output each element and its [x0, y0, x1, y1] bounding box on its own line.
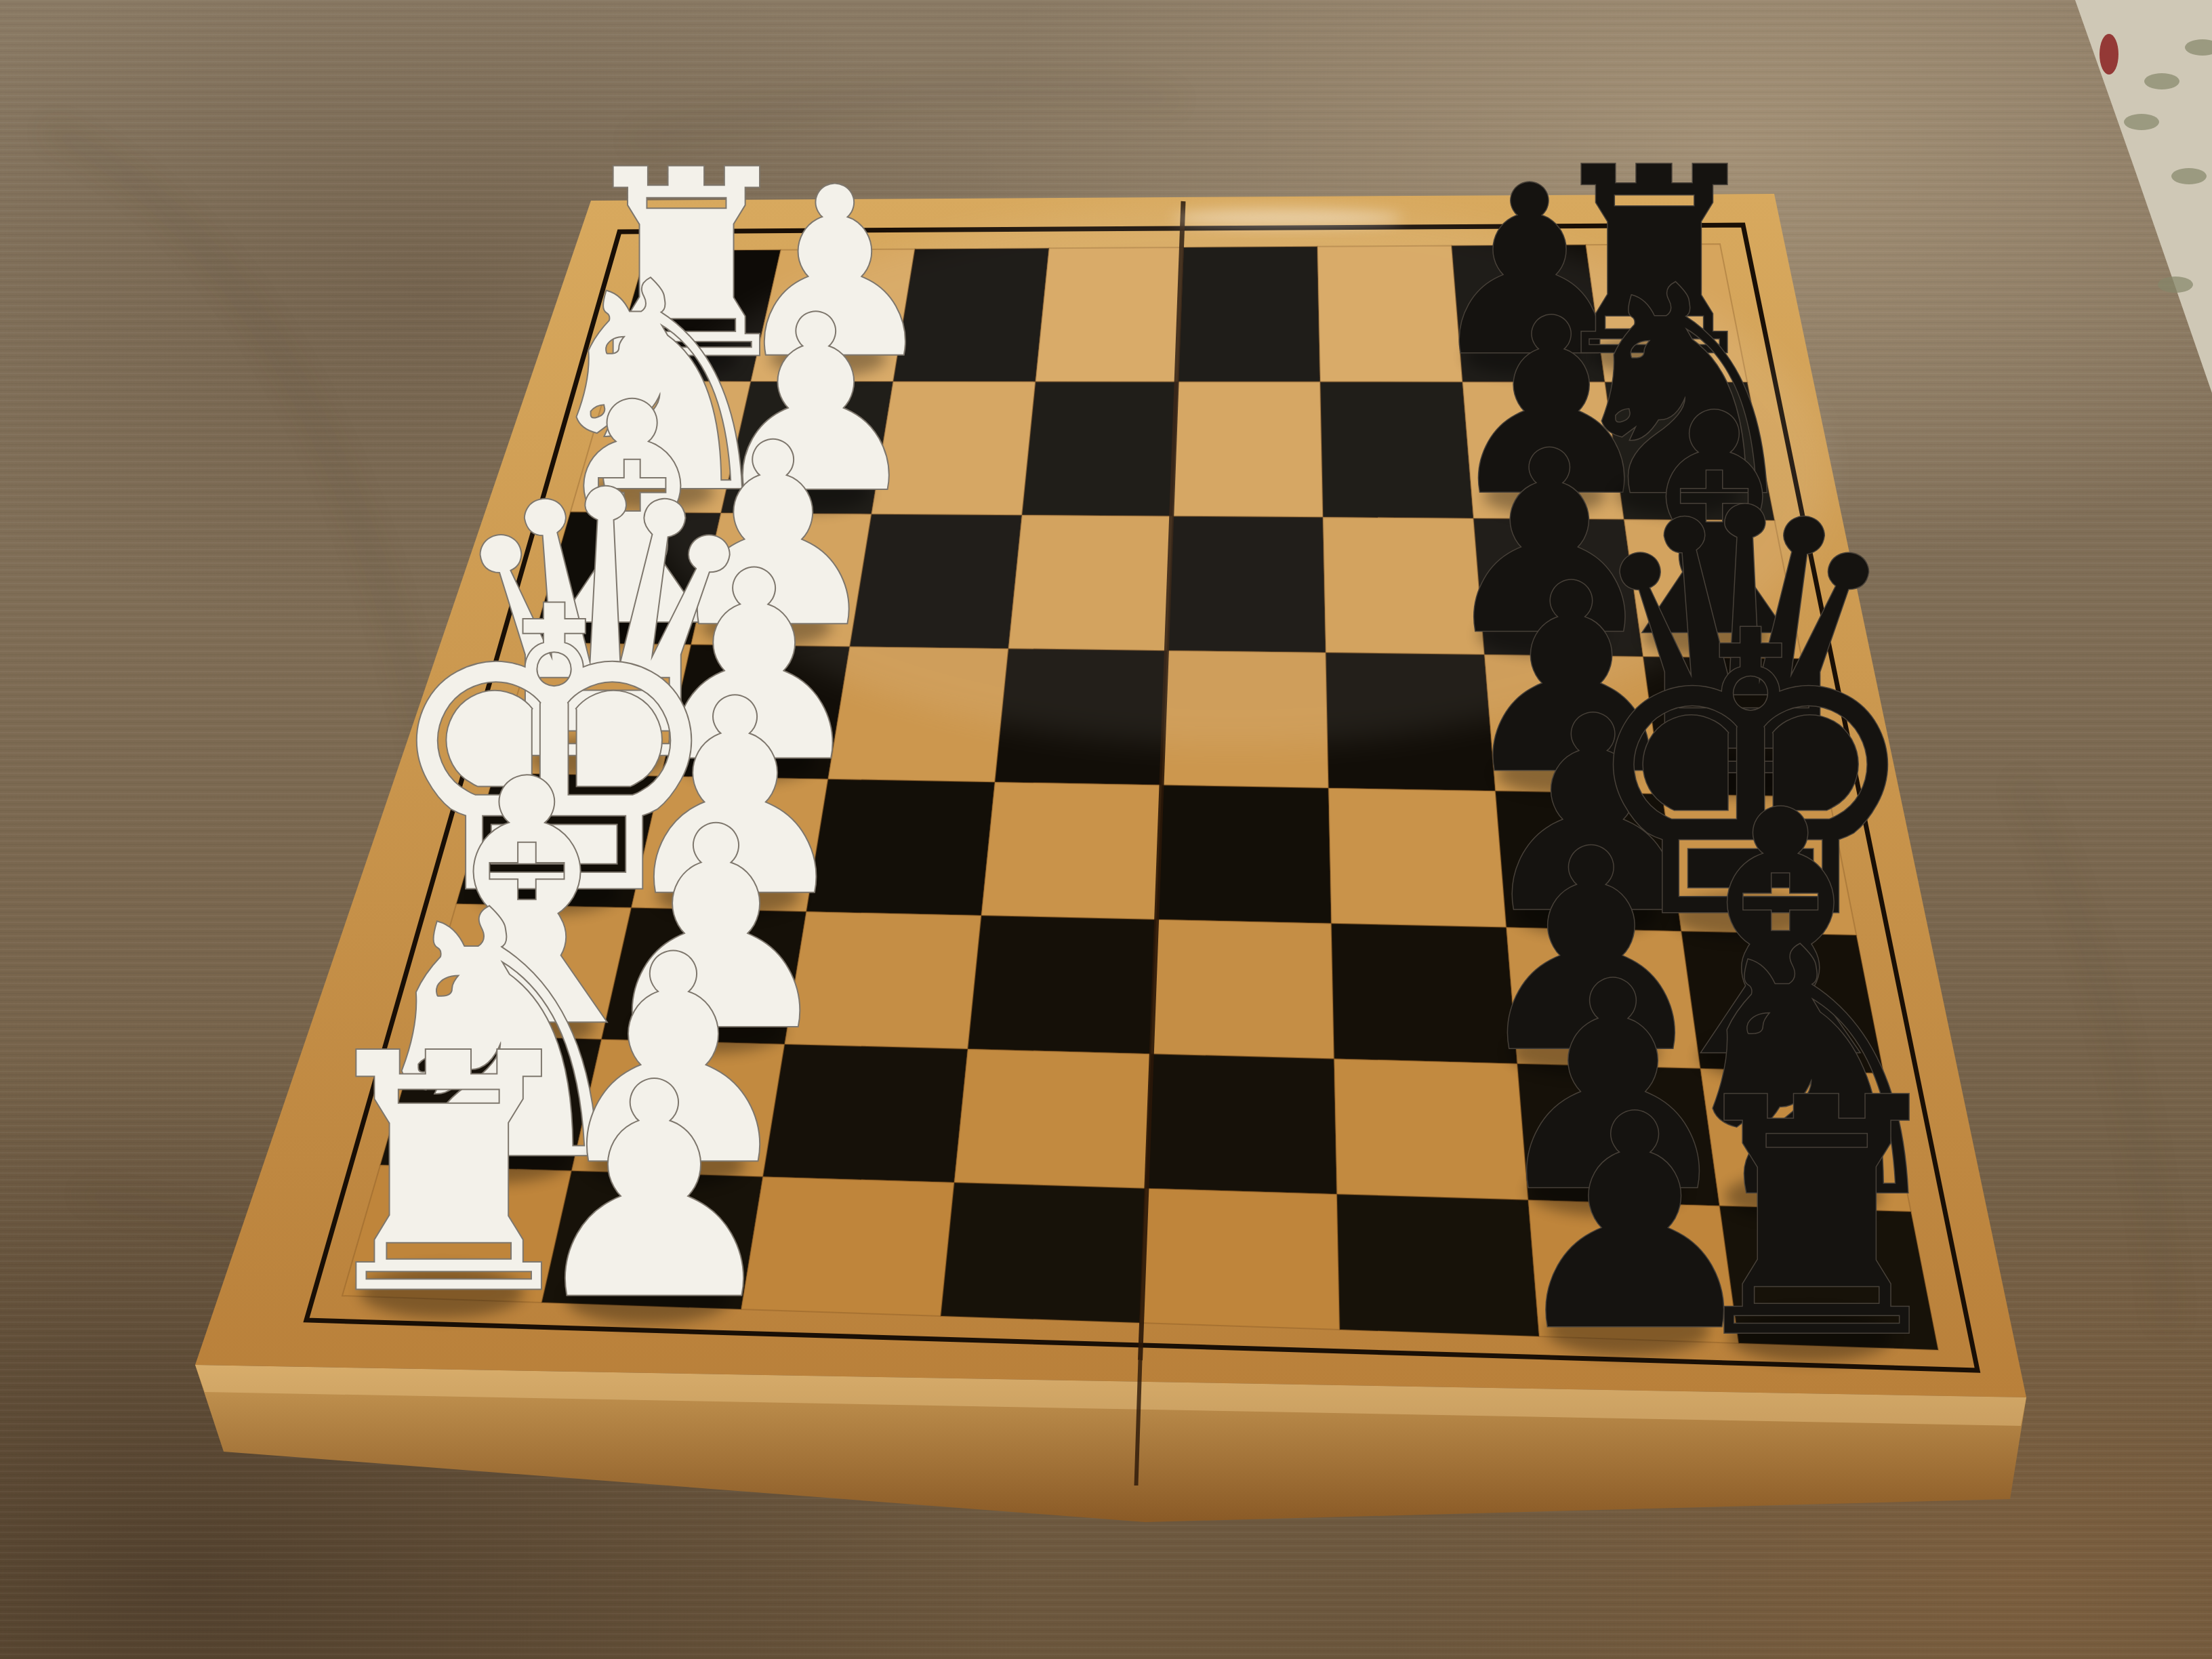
square-f5[interactable]	[1151, 920, 1334, 1059]
carpet-red-fleck	[2100, 34, 2118, 75]
carpet-speckle	[2144, 73, 2179, 89]
sofa-fabric-background: ♜♟♟♜♞♟♟♞♝♟♟♝♛♟♟♛♚♟♟♚♝♟♟♝♞♟♟♞♜♟♟♜	[0, 0, 2212, 1659]
square-h4[interactable]	[941, 1183, 1145, 1323]
carpet-speckle	[2171, 168, 2207, 184]
chessboard-photo: ♜♟♟♜♞♟♟♞♝♟♟♝♛♟♟♛♚♟♟♚♝♟♟♝♞♟♟♞♜♟♟♜	[0, 0, 2212, 1659]
carpet-speckle	[2158, 276, 2193, 293]
square-e5[interactable]	[1156, 785, 1331, 924]
piece-black-rook-h8[interactable]: ♜	[1670, 1029, 1963, 1410]
square-g4[interactable]	[954, 1049, 1151, 1189]
piece-white-pawn-h2[interactable]: ♟	[522, 1020, 787, 1364]
square-f4[interactable]	[968, 916, 1156, 1054]
square-g5[interactable]	[1145, 1054, 1336, 1194]
carpet-speckle	[2124, 114, 2159, 130]
square-e4[interactable]	[981, 782, 1162, 920]
frame-glare	[1172, 209, 1403, 227]
square-h5[interactable]	[1141, 1189, 1340, 1330]
